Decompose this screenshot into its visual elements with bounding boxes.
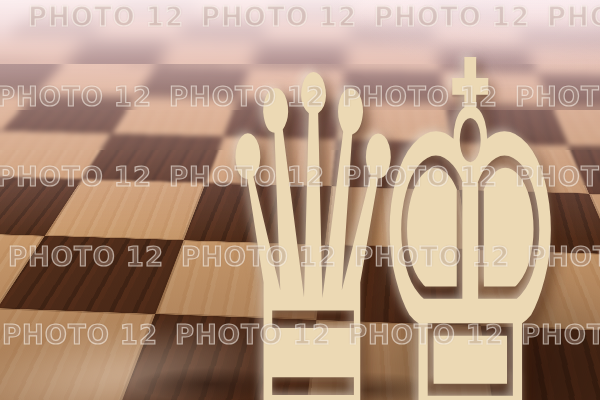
stock-photo-chessboard: ♛ ♚ ♛ ♚ PHOTO 12PHOTO 12PHOTO 12PHOTO 12… (0, 0, 600, 400)
